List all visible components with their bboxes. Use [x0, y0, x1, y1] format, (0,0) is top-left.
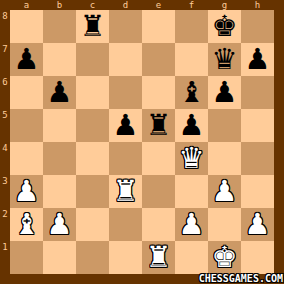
square-h6 [241, 76, 274, 109]
square-e1: ♜ [142, 241, 175, 274]
black-pawn: ♟ [175, 109, 208, 142]
square-a8 [10, 10, 43, 43]
square-f2: ♟ [175, 208, 208, 241]
rank-label-4: 4 [0, 142, 10, 175]
square-e6 [142, 76, 175, 109]
square-f4: ♛ [175, 142, 208, 175]
square-b5 [43, 109, 76, 142]
square-d6 [109, 76, 142, 109]
square-d5: ♟ [109, 109, 142, 142]
square-f7 [175, 43, 208, 76]
square-d4 [109, 142, 142, 175]
file-label-a: a [10, 0, 43, 10]
square-g1: ♚ [208, 241, 241, 274]
rank-label-7: 7 [0, 43, 10, 76]
rank-label-8: 8 [0, 10, 10, 43]
black-pawn: ♟ [10, 43, 43, 76]
white-bishop: ♝ [10, 208, 43, 241]
square-f8 [175, 10, 208, 43]
square-c6 [76, 76, 109, 109]
black-pawn: ♟ [208, 76, 241, 109]
black-rook: ♜ [142, 109, 175, 142]
file-label-b: b [43, 0, 76, 10]
square-c7 [76, 43, 109, 76]
square-h7: ♟ [241, 43, 274, 76]
square-h2: ♟ [241, 208, 274, 241]
square-d3: ♜ [109, 175, 142, 208]
square-e3 [142, 175, 175, 208]
square-d2 [109, 208, 142, 241]
square-c3 [76, 175, 109, 208]
square-c8: ♜ [76, 10, 109, 43]
file-label-f: f [175, 0, 208, 10]
square-d8 [109, 10, 142, 43]
square-h1 [241, 241, 274, 274]
black-pawn: ♟ [43, 76, 76, 109]
square-g3: ♟ [208, 175, 241, 208]
white-pawn: ♟ [241, 208, 274, 241]
white-rook: ♜ [109, 175, 142, 208]
square-b1 [43, 241, 76, 274]
white-pawn: ♟ [10, 175, 43, 208]
white-rook: ♜ [142, 241, 175, 274]
square-h4 [241, 142, 274, 175]
black-rook: ♜ [76, 10, 109, 43]
chess-diagram: a b c d e f g h 8 7 6 5 4 3 2 1 ♜♚♟♛♟♟♝♟… [0, 0, 284, 284]
rank-label-1: 1 [0, 241, 10, 274]
chess-board: ♜♚♟♛♟♟♝♟♟♜♟♛♟♜♟♝♟♟♟♜♚ [10, 10, 274, 274]
rank-labels-column: 8 7 6 5 4 3 2 1 [0, 10, 10, 274]
file-label-d: d [109, 0, 142, 10]
square-f5: ♟ [175, 109, 208, 142]
square-e5: ♜ [142, 109, 175, 142]
file-label-h: h [241, 0, 274, 10]
white-pawn: ♟ [208, 175, 241, 208]
square-g4 [208, 142, 241, 175]
square-a6 [10, 76, 43, 109]
rank-label-6: 6 [0, 76, 10, 109]
black-pawn: ♟ [109, 109, 142, 142]
file-label-e: e [142, 0, 175, 10]
chessgames-watermark: CHESSGAMES.COM [199, 273, 283, 284]
square-f1 [175, 241, 208, 274]
square-b7 [43, 43, 76, 76]
square-c5 [76, 109, 109, 142]
square-a7: ♟ [10, 43, 43, 76]
square-b8 [43, 10, 76, 43]
square-e7 [142, 43, 175, 76]
square-e2 [142, 208, 175, 241]
square-c1 [76, 241, 109, 274]
square-c4 [76, 142, 109, 175]
square-a3: ♟ [10, 175, 43, 208]
square-b2: ♟ [43, 208, 76, 241]
square-d7 [109, 43, 142, 76]
square-e8 [142, 10, 175, 43]
black-pawn: ♟ [241, 43, 274, 76]
square-f6: ♝ [175, 76, 208, 109]
square-g6: ♟ [208, 76, 241, 109]
square-e4 [142, 142, 175, 175]
white-queen: ♛ [175, 142, 208, 175]
white-pawn: ♟ [43, 208, 76, 241]
square-g5 [208, 109, 241, 142]
rank-label-5: 5 [0, 109, 10, 142]
square-b6: ♟ [43, 76, 76, 109]
square-g7: ♛ [208, 43, 241, 76]
black-bishop: ♝ [175, 76, 208, 109]
rank-label-3: 3 [0, 175, 10, 208]
rank-label-2: 2 [0, 208, 10, 241]
square-a2: ♝ [10, 208, 43, 241]
square-b3 [43, 175, 76, 208]
black-king: ♚ [208, 10, 241, 43]
black-queen: ♛ [208, 43, 241, 76]
square-d1 [109, 241, 142, 274]
white-pawn: ♟ [175, 208, 208, 241]
square-a1 [10, 241, 43, 274]
square-h8 [241, 10, 274, 43]
square-g2 [208, 208, 241, 241]
square-a5 [10, 109, 43, 142]
square-h5 [241, 109, 274, 142]
square-c2 [76, 208, 109, 241]
white-king: ♚ [208, 241, 241, 274]
square-g8: ♚ [208, 10, 241, 43]
square-a4 [10, 142, 43, 175]
square-f3 [175, 175, 208, 208]
square-h3 [241, 175, 274, 208]
square-b4 [43, 142, 76, 175]
